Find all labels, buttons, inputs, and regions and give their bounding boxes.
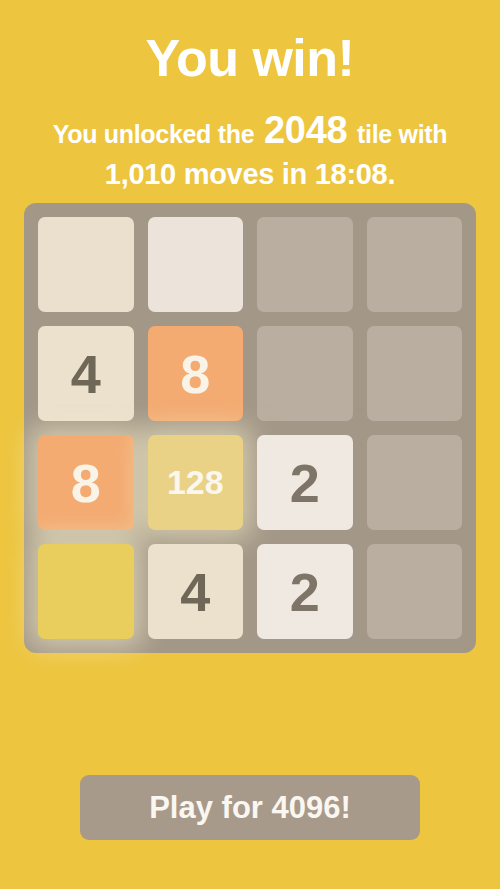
empty-cell: [257, 326, 353, 421]
tile-blank: [148, 217, 244, 312]
empty-cell: [367, 544, 463, 639]
tile-2: 2: [257, 544, 353, 639]
tile-4: 4: [38, 326, 134, 421]
tile-blank: [38, 544, 134, 639]
empty-cell: [367, 217, 463, 312]
win-subtitle: You unlocked the 2048 tile with 1,010 mo…: [0, 110, 500, 194]
tile-2: 2: [257, 435, 353, 530]
subtitle-line2: 1,010 moves in 18:08.: [0, 154, 500, 194]
play-again-button[interactable]: Play for 4096!: [80, 775, 420, 840]
empty-cell: [367, 435, 463, 530]
tile-128: 128: [148, 435, 244, 530]
win-title: You win!: [0, 28, 500, 88]
game-board: 488128242: [24, 203, 476, 653]
tile-4: 4: [148, 544, 244, 639]
empty-cell: [257, 217, 353, 312]
win-screen: You win! You unlocked the 2048 tile with…: [0, 0, 500, 889]
subtitle-pre-text: You unlocked the: [53, 120, 261, 148]
tile-8: 8: [148, 326, 244, 421]
tile-blank: [38, 217, 134, 312]
subtitle-line1: You unlocked the 2048 tile with: [0, 110, 500, 154]
unlocked-tile-value: 2048: [261, 109, 350, 151]
subtitle-post-text: tile with: [350, 120, 447, 148]
empty-cell: [367, 326, 463, 421]
tile-8: 8: [38, 435, 134, 530]
